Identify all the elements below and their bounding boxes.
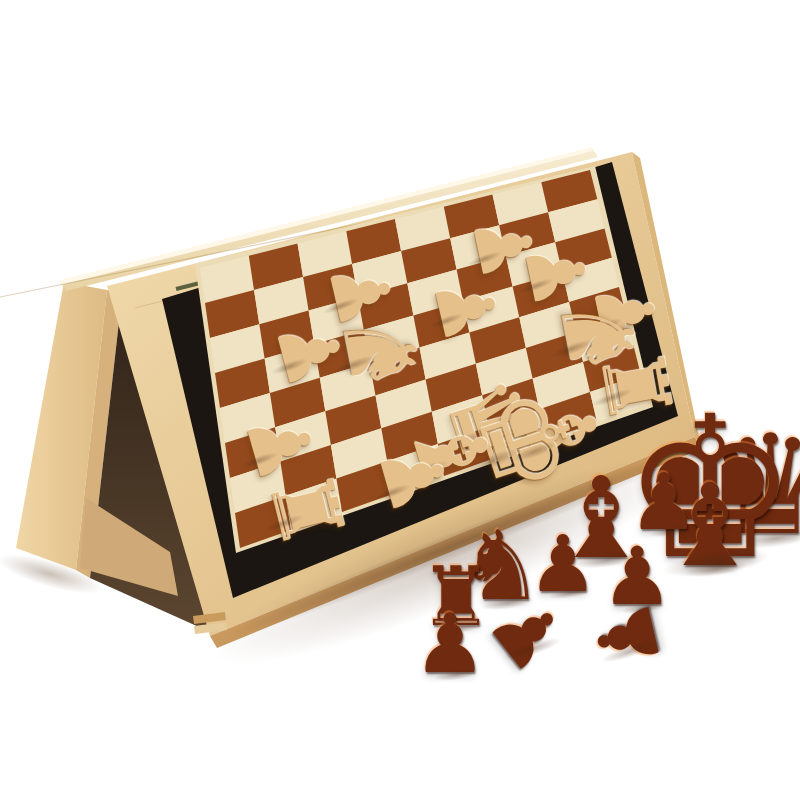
chess-set-photo: ♟♟♟♟♟♞♟♞♜♛♝♚♟♝♟♜♚♛♟♝♝♟♞♟♜♟♟♟ [0, 0, 800, 800]
